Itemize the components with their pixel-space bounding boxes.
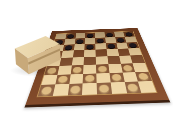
square-e3[interactable]: ●: [96, 64, 109, 73]
storage-box: [10, 33, 64, 77]
dark-checker-piece[interactable]: ●: [105, 32, 113, 37]
dark-checker-piece[interactable]: ●: [128, 42, 138, 48]
square-d2[interactable]: ●: [83, 73, 97, 83]
square-h1: [138, 81, 156, 93]
dark-checker-piece[interactable]: ●: [124, 31, 133, 36]
dark-checker-piece[interactable]: ●: [76, 38, 84, 43]
dark-checker-piece[interactable]: ●: [64, 44, 73, 50]
square-d1: [82, 83, 97, 95]
square-d8[interactable]: ●: [85, 33, 95, 39]
square-h6[interactable]: ●: [126, 42, 139, 49]
photo-scene: ●●●●●●●●●●●●●●●●●●●●●●●●: [0, 0, 173, 115]
light-checker-piece[interactable]: ●: [72, 65, 82, 73]
light-checker-piece[interactable]: ●: [111, 72, 123, 81]
dark-checker-piece[interactable]: ●: [86, 43, 94, 49]
dark-checker-piece[interactable]: ●: [116, 37, 125, 42]
square-e7[interactable]: ●: [95, 37, 106, 43]
dark-checker-piece[interactable]: ●: [107, 43, 116, 49]
light-checker-piece[interactable]: ●: [40, 85, 54, 95]
square-c1[interactable]: ●: [67, 84, 82, 96]
light-checker-piece[interactable]: ●: [122, 63, 134, 71]
light-checker-piece[interactable]: ●: [98, 83, 110, 93]
square-c3[interactable]: ●: [70, 65, 83, 74]
light-checker-piece[interactable]: ●: [126, 82, 140, 92]
square-h8[interactable]: ●: [123, 31, 134, 36]
square-d6[interactable]: ●: [85, 43, 96, 50]
dark-checker-piece[interactable]: ●: [96, 37, 104, 42]
light-checker-piece[interactable]: ●: [97, 64, 107, 72]
light-checker-piece[interactable]: ●: [84, 73, 95, 82]
dark-checker-piece[interactable]: ●: [67, 33, 75, 38]
light-checker-piece[interactable]: ●: [137, 71, 150, 80]
light-checker-piece[interactable]: ●: [69, 84, 81, 94]
square-e1[interactable]: ●: [97, 83, 112, 95]
square-h2[interactable]: ●: [135, 71, 152, 81]
dark-checker-piece[interactable]: ●: [86, 33, 94, 38]
square-c7[interactable]: ●: [74, 38, 85, 44]
